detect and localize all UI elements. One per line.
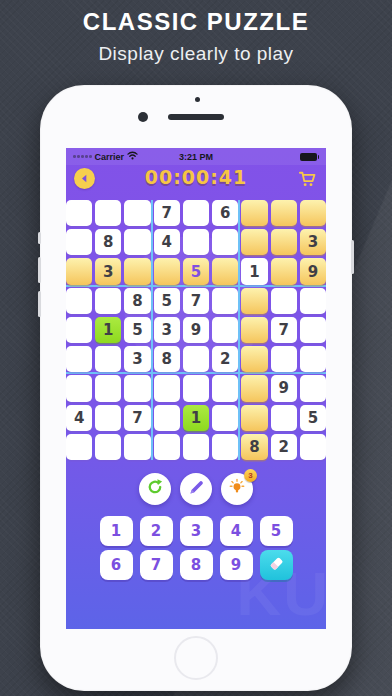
- cell-r6c1[interactable]: [66, 346, 92, 372]
- sudoku-grid: 768433519857153973829471582: [66, 200, 326, 460]
- cell-r4c3[interactable]: 8: [124, 288, 150, 314]
- cell-r5c7[interactable]: [241, 317, 267, 343]
- cell-r7c2[interactable]: [95, 375, 121, 401]
- cell-r5c2[interactable]: 1: [95, 317, 121, 343]
- cell-r5c9[interactable]: [300, 317, 326, 343]
- earpiece-speaker: [168, 114, 224, 120]
- cell-r4c7[interactable]: [241, 288, 267, 314]
- cell-r1c3[interactable]: [124, 200, 150, 226]
- cell-r2c6[interactable]: [212, 229, 238, 255]
- cell-r3c6[interactable]: [212, 258, 238, 284]
- cell-r7c5[interactable]: [183, 375, 209, 401]
- cell-r5c6[interactable]: [212, 317, 238, 343]
- cell-r8c8[interactable]: [271, 405, 297, 431]
- timer-display: 00:00:41: [66, 166, 326, 188]
- number-pad-row-2: 6789: [100, 550, 293, 580]
- cell-r1c4[interactable]: 7: [154, 200, 180, 226]
- cell-r5c1[interactable]: [66, 317, 92, 343]
- cell-r9c2[interactable]: [95, 434, 121, 460]
- cell-r1c2[interactable]: [95, 200, 121, 226]
- cell-r1c1[interactable]: [66, 200, 92, 226]
- cell-r1c6[interactable]: 6: [212, 200, 238, 226]
- cell-r8c2[interactable]: [95, 405, 121, 431]
- cell-r5c4[interactable]: 3: [154, 317, 180, 343]
- numpad-key-2[interactable]: 2: [140, 516, 173, 546]
- cell-r6c2[interactable]: [95, 346, 121, 372]
- cell-r9c3[interactable]: [124, 434, 150, 460]
- numpad-key-4[interactable]: 4: [220, 516, 253, 546]
- app-header: 00:00:41: [66, 165, 326, 201]
- cell-r3c8[interactable]: [271, 258, 297, 284]
- cell-r9c6[interactable]: [212, 434, 238, 460]
- cell-r2c7[interactable]: [241, 229, 267, 255]
- cell-r8c6[interactable]: [212, 405, 238, 431]
- cell-r5c8[interactable]: 7: [271, 317, 297, 343]
- cell-r1c5[interactable]: [183, 200, 209, 226]
- restart-button[interactable]: [139, 473, 171, 505]
- cell-r2c4[interactable]: 4: [154, 229, 180, 255]
- battery-full-icon: [300, 153, 317, 161]
- cell-r3c2[interactable]: 3: [95, 258, 121, 284]
- cell-r6c9[interactable]: [300, 346, 326, 372]
- restart-icon: [146, 478, 164, 500]
- cell-r4c2[interactable]: [95, 288, 121, 314]
- cell-r4c9[interactable]: [300, 288, 326, 314]
- cell-r8c5[interactable]: 1: [183, 405, 209, 431]
- cell-r3c5[interactable]: 5: [183, 258, 209, 284]
- home-button: [174, 636, 218, 680]
- cell-r3c9[interactable]: 9: [300, 258, 326, 284]
- volume-down-button: [38, 291, 41, 317]
- cell-r7c6[interactable]: [212, 375, 238, 401]
- tool-bar: 3: [66, 473, 326, 505]
- cell-r2c5[interactable]: [183, 229, 209, 255]
- cell-r4c1[interactable]: [66, 288, 92, 314]
- cell-r9c4[interactable]: [154, 434, 180, 460]
- cell-r3c4[interactable]: [154, 258, 180, 284]
- cell-r6c7[interactable]: [241, 346, 267, 372]
- cell-r2c2[interactable]: 8: [95, 229, 121, 255]
- cell-r6c3[interactable]: 3: [124, 346, 150, 372]
- numpad-key-6[interactable]: 6: [100, 550, 133, 580]
- cell-r3c7[interactable]: 1: [241, 258, 267, 284]
- cell-r7c1[interactable]: [66, 375, 92, 401]
- cell-r1c7[interactable]: [241, 200, 267, 226]
- mute-switch: [38, 232, 41, 244]
- sudoku-board: 768433519857153973829471582: [66, 200, 326, 460]
- banner: CLASSIC PUZZLE Display clearly to play: [0, 8, 392, 65]
- notes-button[interactable]: [180, 473, 212, 505]
- proximity-sensor-icon: [195, 97, 200, 102]
- cell-r8c1[interactable]: 4: [66, 405, 92, 431]
- cell-r4c4[interactable]: 5: [154, 288, 180, 314]
- cell-r9c5[interactable]: [183, 434, 209, 460]
- cell-r9c9[interactable]: [300, 434, 326, 460]
- cell-r4c8[interactable]: [271, 288, 297, 314]
- cell-r6c4[interactable]: 8: [154, 346, 180, 372]
- numpad-key-7[interactable]: 7: [140, 550, 173, 580]
- shop-button[interactable]: [297, 169, 317, 189]
- cell-r4c6[interactable]: [212, 288, 238, 314]
- cell-r7c9[interactable]: [300, 375, 326, 401]
- cell-r2c1[interactable]: [66, 229, 92, 255]
- shopping-cart-icon: [297, 175, 317, 192]
- numpad-key-1[interactable]: 1: [100, 516, 133, 546]
- cell-r8c3[interactable]: 7: [124, 405, 150, 431]
- cell-r5c3[interactable]: 5: [124, 317, 150, 343]
- page-subtitle: Display clearly to play: [0, 43, 392, 65]
- cell-r7c8[interactable]: 9: [271, 375, 297, 401]
- hint-button[interactable]: 3: [221, 473, 253, 505]
- number-pad-row-1: 12345: [100, 516, 293, 546]
- cell-r6c8[interactable]: [271, 346, 297, 372]
- cell-r2c8[interactable]: [271, 229, 297, 255]
- cell-r8c7[interactable]: [241, 405, 267, 431]
- app-screen: KU Carrier 3:21 PM: [66, 148, 326, 629]
- eraser-icon: [268, 555, 285, 576]
- volume-up-button: [38, 257, 41, 283]
- front-camera-icon: [138, 112, 148, 122]
- cell-r8c4[interactable]: [154, 405, 180, 431]
- cell-r7c7[interactable]: [241, 375, 267, 401]
- pencil-icon: [188, 479, 205, 500]
- cell-r5c5[interactable]: 9: [183, 317, 209, 343]
- cell-r3c3[interactable]: [124, 258, 150, 284]
- light-bulb-icon: [228, 478, 246, 500]
- power-button: [351, 240, 354, 274]
- cell-r3c1[interactable]: [66, 258, 92, 284]
- cell-r9c8[interactable]: 2: [271, 434, 297, 460]
- cell-r9c7[interactable]: 8: [241, 434, 267, 460]
- number-pad: 12345 6789: [66, 516, 326, 580]
- cell-r6c5[interactable]: [183, 346, 209, 372]
- status-bar: Carrier 3:21 PM: [66, 148, 326, 165]
- cell-r8c9[interactable]: 5: [300, 405, 326, 431]
- eraser-button[interactable]: [260, 550, 293, 580]
- hint-count-badge: 3: [244, 469, 257, 482]
- numpad-key-8[interactable]: 8: [180, 550, 213, 580]
- cell-r4c5[interactable]: 7: [183, 288, 209, 314]
- numpad-key-5[interactable]: 5: [260, 516, 293, 546]
- cell-r6c6[interactable]: 2: [212, 346, 238, 372]
- cell-r1c9[interactable]: [300, 200, 326, 226]
- cell-r2c3[interactable]: [124, 229, 150, 255]
- clock-label: 3:21 PM: [66, 152, 326, 162]
- cell-r1c8[interactable]: [271, 200, 297, 226]
- numpad-key-9[interactable]: 9: [220, 550, 253, 580]
- phone-mockup: KU Carrier 3:21 PM: [40, 85, 352, 691]
- cell-r7c3[interactable]: [124, 375, 150, 401]
- cell-r2c9[interactable]: 3: [300, 229, 326, 255]
- cell-r9c1[interactable]: [66, 434, 92, 460]
- cell-r7c4[interactable]: [154, 375, 180, 401]
- numpad-key-3[interactable]: 3: [180, 516, 213, 546]
- page-title: CLASSIC PUZZLE: [0, 8, 392, 36]
